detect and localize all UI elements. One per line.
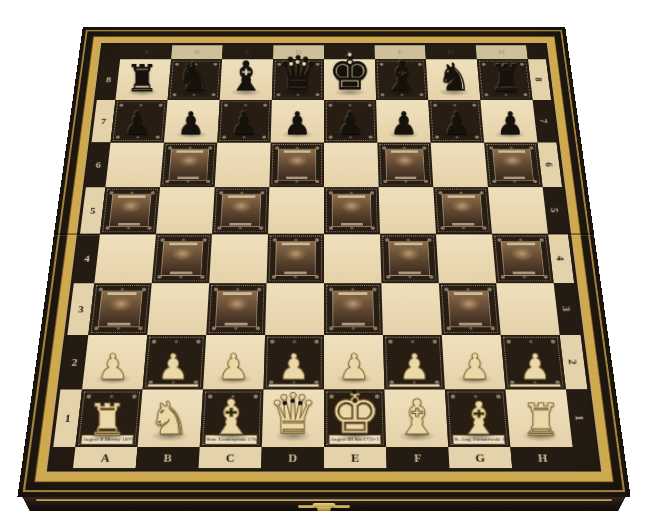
square-a4[interactable] [94,234,156,283]
square-b3[interactable] [147,283,209,335]
coord-label: 1 [64,412,72,424]
square-g2[interactable]: ♟ [442,335,506,390]
square-d4[interactable] [267,234,324,283]
chess-scene: ABCDEFGH ABCDEFGH 87654321 87654321 ♜♞♝♛… [0,0,648,530]
queen-finial-balls [291,398,295,402]
file-label-bottom-g: G [448,447,512,468]
square-f3[interactable] [381,283,441,335]
piece-white-pawn-g2[interactable]: ♟ [459,350,491,384]
coord-label: 3 [560,306,573,311]
file-label-bottom-a: A [73,447,138,468]
square-c1[interactable]: Stan. Leszczyński 1704-1709♝ [200,389,264,447]
square-e3[interactable] [324,283,383,335]
piece-white-knight-b1[interactable]: ♞ [149,398,190,441]
piece-white-king-e1[interactable]: ♚ [329,386,381,441]
file-label-bottom-e: E [324,447,387,468]
coord-label: 7 [538,119,550,123]
file-labels-bottom: ABCDEFGH [73,447,575,468]
chess-board-box: ABCDEFGH ABCDEFGH 87654321 87654321 ♜♞♝♛… [17,27,630,496]
square-g3[interactable] [439,283,501,335]
square-c4[interactable] [209,234,268,283]
king-portrait [215,290,258,327]
square-h4[interactable] [492,234,554,283]
coord-label: 2 [567,359,580,364]
file-label-bottom-b: B [136,447,200,468]
piece-white-pawn-c2[interactable]: ♟ [218,350,250,384]
square-e4[interactable] [324,234,381,283]
square-h1[interactable]: ♜ [505,389,572,447]
square-b4[interactable] [152,234,212,283]
square-f2[interactable]: ♟ [383,335,445,390]
king-portrait [447,290,491,327]
square-h3[interactable] [496,283,559,335]
box-front-face [22,497,626,511]
square-e1[interactable]: August III Sas 1733-1763♚ [324,389,386,447]
square-b1[interactable]: ♞ [138,389,203,447]
piece-white-pawn-b2[interactable]: ♟ [157,350,189,384]
square-a3[interactable] [88,283,151,335]
king-portrait [98,290,143,327]
piece-white-knight-g1[interactable]: ♝ [459,398,500,441]
square-a2[interactable]: ♟ [82,335,147,390]
clasp-loop [317,507,330,511]
king-finial-cross [353,389,357,393]
piece-white-bishop-c1[interactable]: ♝ [209,394,253,440]
coord-label: 3 [77,303,84,314]
square-c2[interactable]: ♟ [203,335,265,390]
piece-white-queen-d1[interactable]: ♛ [268,388,318,441]
coord-label: 8 [534,77,546,81]
piece-white-rook-a1[interactable]: ♜ [87,399,127,441]
square-g4[interactable] [436,234,496,283]
square-a1[interactable]: August II Mocny 1697-1733♜ [75,389,142,447]
king-portrait [332,290,374,327]
front-gold-line [36,499,613,501]
piece-white-pawn-d2[interactable]: ♟ [278,350,310,384]
file-label-bottom-h: H [510,447,575,468]
board-tilt: ABCDEFGH ABCDEFGH 87654321 87654321 ♜♞♝♛… [17,27,630,496]
file-label-bottom-f: F [386,447,449,468]
brass-clasp[interactable] [293,503,356,511]
file-label-bottom-c: C [198,447,261,468]
piece-white-bishop-f1[interactable]: ♝ [395,394,439,440]
square-h2[interactable]: ♟ [501,335,566,390]
coord-label: 2 [71,356,78,368]
coord-label: 5 [549,208,561,213]
square-g1[interactable]: St. Aug. Poniatowski 1764-1795♝ [445,389,510,447]
piece-white-pawn-a2[interactable]: ♟ [97,350,129,384]
file-label-bottom-d: D [261,447,324,468]
coord-label: 6 [544,162,556,166]
square-f4[interactable] [380,234,439,283]
square-d3[interactable] [265,283,324,335]
piece-white-pawn-h2[interactable]: ♟ [519,350,551,384]
square-d1[interactable]: ♛ [262,389,324,447]
piece-white-pawn-f2[interactable]: ♟ [399,350,431,384]
piece-white-pawn-e2[interactable]: ♟ [338,350,370,384]
piece-white-rook-h1[interactable]: ♜ [521,399,561,441]
photo-background: ABCDEFGH ABCDEFGH 87654321 87654321 ♜♞♝♛… [0,0,648,530]
square-b2[interactable]: ♟ [143,335,207,390]
square-c3[interactable] [206,283,266,335]
square-f1[interactable]: ♝ [384,389,448,447]
coord-label: 1 [573,415,587,421]
